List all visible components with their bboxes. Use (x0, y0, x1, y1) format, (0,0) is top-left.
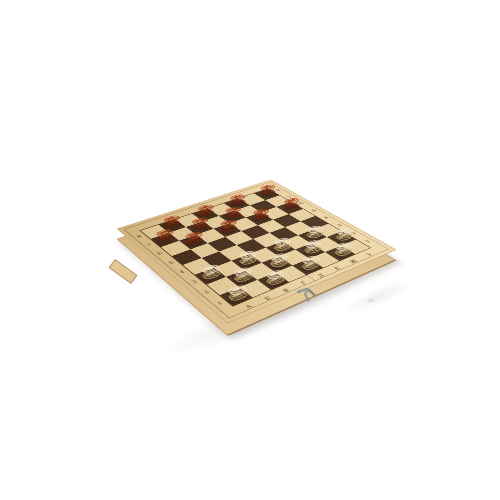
piece-dark-h6[interactable]: ⛂⛂⛂ (277, 201, 304, 213)
piece-dark-d6[interactable]: ⛂⛂⛂ (214, 223, 243, 237)
piece-light-a3[interactable]: ⛂⛂⛂ (195, 268, 227, 286)
piece-dark-a7[interactable]: ⛂⛂⛂ (151, 233, 180, 248)
pieces-layer: ⛂⛂⛂⛂⛂⛂⛂⛂⛂⛂⛂⛂⛂⛂⛂⛂⛂⛂⛂⛂⛂⛂⛂⛂⛂⛂⛂⛂⛂⛂⛂⛂⛂⛂⛂⛂⛂⛂⛂⛂… (118, 180, 395, 323)
product-photo-scene: { "game": "checkers (Russian draughts / … (0, 0, 500, 500)
perspective-wrapper: АБВГДЕЖЗ 87654321 87654321 ⛂⛂⛂⛂⛂⛂⛂⛂⛂⛂⛂⛂⛂… (0, 0, 500, 500)
checkers-board[interactable]: АБВГДЕЖЗ 87654321 87654321 ⛂⛂⛂⛂⛂⛂⛂⛂⛂⛂⛂⛂⛂… (117, 179, 397, 323)
piece-dark-f6[interactable]: ⛂⛂⛂ (247, 212, 275, 225)
piece-light-a1[interactable]: ⛂⛂⛂ (221, 288, 255, 307)
piece-dark-b6[interactable]: ⛂⛂⛂ (179, 235, 208, 250)
piece-light-c1[interactable]: ⛂⛂⛂ (258, 273, 291, 291)
board-top-face: АБВГДЕЖЗ 87654321 87654321 ⛂⛂⛂⛂⛂⛂⛂⛂⛂⛂⛂⛂⛂… (117, 179, 397, 323)
